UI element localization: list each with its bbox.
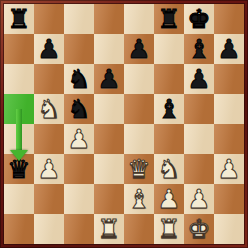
square-a8[interactable]: ♜	[4, 4, 34, 34]
piece-black-knight[interactable]: ♞	[64, 64, 94, 94]
square-g2[interactable]: ♟	[184, 184, 214, 214]
square-b7[interactable]: ♟	[34, 34, 64, 64]
square-e2[interactable]: ♝	[124, 184, 154, 214]
square-c8[interactable]	[64, 4, 94, 34]
square-c6[interactable]: ♞	[64, 64, 94, 94]
square-a1[interactable]	[4, 214, 34, 244]
square-h7[interactable]: ♟	[214, 34, 244, 64]
square-a7[interactable]	[4, 34, 34, 64]
square-b1[interactable]	[34, 214, 64, 244]
square-h2[interactable]	[214, 184, 244, 214]
square-c5[interactable]: ♞	[64, 94, 94, 124]
square-d2[interactable]	[94, 184, 124, 214]
piece-black-bishop[interactable]: ♝	[154, 94, 184, 124]
piece-black-rook[interactable]: ♜	[4, 4, 34, 34]
square-c4[interactable]: ♟	[64, 124, 94, 154]
square-b5[interactable]: ♞	[34, 94, 64, 124]
piece-white-rook[interactable]: ♜	[94, 214, 124, 244]
piece-white-rook[interactable]: ♜	[154, 214, 184, 244]
square-d1[interactable]: ♜	[94, 214, 124, 244]
piece-black-pawn[interactable]: ♟	[124, 34, 154, 64]
square-c2[interactable]	[64, 184, 94, 214]
square-d4[interactable]	[94, 124, 124, 154]
piece-white-pawn[interactable]: ♟	[64, 124, 94, 154]
piece-white-pawn[interactable]: ♟	[154, 184, 184, 214]
piece-black-pawn[interactable]: ♟	[184, 64, 214, 94]
square-e5[interactable]	[124, 94, 154, 124]
square-a2[interactable]	[4, 184, 34, 214]
square-b8[interactable]	[34, 4, 64, 34]
square-h3[interactable]: ♟	[214, 154, 244, 184]
piece-white-pawn[interactable]: ♟	[184, 184, 214, 214]
square-g8[interactable]: ♚	[184, 4, 214, 34]
square-g4[interactable]	[184, 124, 214, 154]
square-f1[interactable]: ♜	[154, 214, 184, 244]
piece-black-bishop[interactable]: ♝	[184, 34, 214, 64]
piece-black-pawn[interactable]: ♟	[214, 34, 244, 64]
square-h4[interactable]	[214, 124, 244, 154]
square-b6[interactable]	[34, 64, 64, 94]
piece-white-bishop[interactable]: ♝	[124, 184, 154, 214]
square-g6[interactable]: ♟	[184, 64, 214, 94]
square-h8[interactable]	[214, 4, 244, 34]
square-f6[interactable]	[154, 64, 184, 94]
square-e3[interactable]: ♛	[124, 154, 154, 184]
square-d3[interactable]	[94, 154, 124, 184]
piece-white-queen[interactable]: ♛	[124, 154, 154, 184]
piece-black-knight[interactable]: ♞	[64, 94, 94, 124]
square-f3[interactable]: ♞	[154, 154, 184, 184]
square-f8[interactable]: ♜	[154, 4, 184, 34]
square-g1[interactable]: ♚	[184, 214, 214, 244]
square-e7[interactable]: ♟	[124, 34, 154, 64]
piece-white-pawn[interactable]: ♟	[214, 154, 244, 184]
square-f2[interactable]: ♟	[154, 184, 184, 214]
square-d6[interactable]: ♟	[94, 64, 124, 94]
square-g7[interactable]: ♝	[184, 34, 214, 64]
chess-board-frame: ♜♜♚♟♟♝♟♞♟♟♞♞♝♟♛♟♛♞♟♝♟♟♜♜♚	[0, 0, 248, 248]
chess-board: ♜♜♚♟♟♝♟♞♟♟♞♞♝♟♛♟♛♞♟♝♟♟♜♜♚	[4, 4, 244, 244]
square-f7[interactable]	[154, 34, 184, 64]
piece-white-knight[interactable]: ♞	[154, 154, 184, 184]
square-g5[interactable]	[184, 94, 214, 124]
square-b2[interactable]	[34, 184, 64, 214]
piece-black-king[interactable]: ♚	[184, 4, 214, 34]
square-d5[interactable]	[94, 94, 124, 124]
square-e8[interactable]	[124, 4, 154, 34]
square-e4[interactable]	[124, 124, 154, 154]
square-f4[interactable]	[154, 124, 184, 154]
piece-white-king[interactable]: ♚	[184, 214, 214, 244]
square-f5[interactable]: ♝	[154, 94, 184, 124]
square-b3[interactable]: ♟	[34, 154, 64, 184]
square-h6[interactable]	[214, 64, 244, 94]
square-h5[interactable]	[214, 94, 244, 124]
piece-black-pawn[interactable]: ♟	[34, 34, 64, 64]
move-arrow-head	[10, 150, 28, 161]
square-c1[interactable]	[64, 214, 94, 244]
square-c7[interactable]	[64, 34, 94, 64]
square-c3[interactable]	[64, 154, 94, 184]
piece-white-knight[interactable]: ♞	[34, 94, 64, 124]
move-arrow-shaft	[16, 109, 22, 150]
piece-black-pawn[interactable]: ♟	[94, 64, 124, 94]
square-h1[interactable]	[214, 214, 244, 244]
piece-black-rook[interactable]: ♜	[154, 4, 184, 34]
square-b4[interactable]	[34, 124, 64, 154]
square-a6[interactable]	[4, 64, 34, 94]
square-e1[interactable]	[124, 214, 154, 244]
square-d8[interactable]	[94, 4, 124, 34]
piece-white-pawn[interactable]: ♟	[34, 154, 64, 184]
square-g3[interactable]	[184, 154, 214, 184]
square-e6[interactable]	[124, 64, 154, 94]
square-d7[interactable]	[94, 34, 124, 64]
